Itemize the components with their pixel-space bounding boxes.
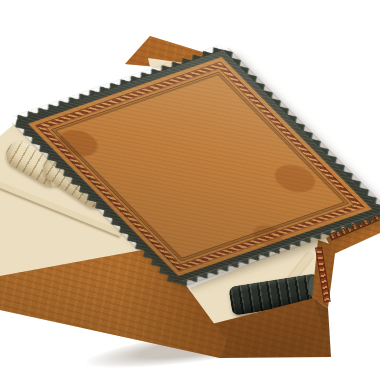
product-photo-scene	[0, 0, 380, 380]
